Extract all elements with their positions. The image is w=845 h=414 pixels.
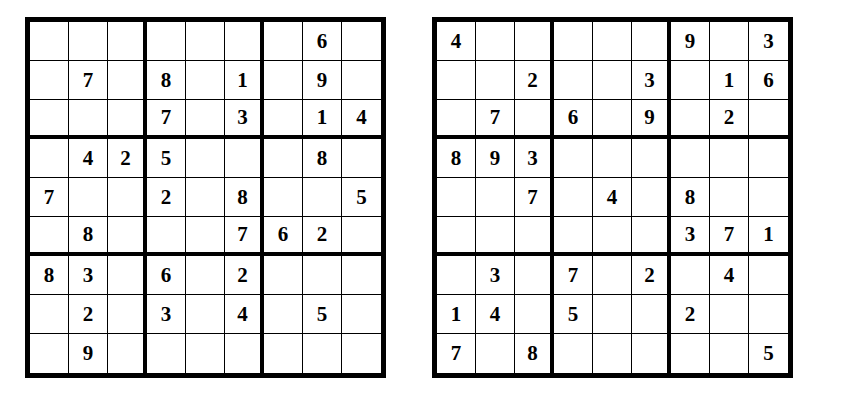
- cell-r3c8-given[interactable]: 1: [303, 100, 342, 139]
- cell-r5c8-empty[interactable]: [710, 178, 749, 217]
- cell-r3c9-empty[interactable]: [749, 100, 788, 139]
- cell-r7c8-given[interactable]: 4: [710, 256, 749, 295]
- cell-r6c9-empty[interactable]: [342, 217, 381, 256]
- cell-r4c9-empty[interactable]: [342, 139, 381, 178]
- cell-r7c3-empty[interactable]: [108, 256, 147, 295]
- cell-r1c1-given[interactable]: 4: [437, 22, 476, 61]
- cell-r9c8-empty[interactable]: [303, 334, 342, 373]
- cell-r9c2-given[interactable]: 9: [69, 334, 108, 373]
- cell-r9c8-empty[interactable]: [710, 334, 749, 373]
- cell-r2c3-empty[interactable]: [108, 61, 147, 100]
- cell-r3c4-given[interactable]: 7: [147, 100, 186, 139]
- cell-r1c1-empty[interactable]: [30, 22, 69, 61]
- cell-r4c7-empty[interactable]: [671, 139, 710, 178]
- cell-r5c7-empty[interactable]: [264, 178, 303, 217]
- cell-r4c7-empty[interactable]: [264, 139, 303, 178]
- cell-r3c5-empty[interactable]: [593, 100, 632, 139]
- cell-r3c5-empty[interactable]: [186, 100, 225, 139]
- cell-r6c4-empty[interactable]: [554, 217, 593, 256]
- cell-r6c8-given[interactable]: 7: [710, 217, 749, 256]
- cell-r9c6-empty[interactable]: [632, 334, 671, 373]
- cell-r8c1-empty[interactable]: [30, 295, 69, 334]
- cell-r6c9-given[interactable]: 1: [749, 217, 788, 256]
- cell-r7c5-empty[interactable]: [593, 256, 632, 295]
- cell-r5c4-empty[interactable]: [554, 178, 593, 217]
- cell-r8c6-given[interactable]: 4: [225, 295, 264, 334]
- cell-r4c5-empty[interactable]: [186, 139, 225, 178]
- cell-r4c2-given[interactable]: 4: [69, 139, 108, 178]
- cell-r2c2-empty[interactable]: [476, 61, 515, 100]
- cell-r1c8-given[interactable]: 6: [303, 22, 342, 61]
- sudoku-sheet: 678197314425872858762836223459 493231676…: [0, 0, 845, 414]
- cell-r3c3-empty[interactable]: [515, 100, 554, 139]
- cell-r5c7-given[interactable]: 8: [671, 178, 710, 217]
- cell-r1c6-empty[interactable]: [225, 22, 264, 61]
- cell-r7c2-given[interactable]: 3: [476, 256, 515, 295]
- cell-r2c3-given[interactable]: 2: [515, 61, 554, 100]
- cell-r1c2-empty[interactable]: [69, 22, 108, 61]
- cell-r2c5-empty[interactable]: [186, 61, 225, 100]
- cell-r9c5-empty[interactable]: [186, 334, 225, 373]
- cell-r4c9-empty[interactable]: [749, 139, 788, 178]
- cell-r2c9-empty[interactable]: [342, 61, 381, 100]
- cell-r5c5-empty[interactable]: [186, 178, 225, 217]
- cell-r1c4-empty[interactable]: [554, 22, 593, 61]
- cell-r9c3-given[interactable]: 8: [515, 334, 554, 373]
- cell-r2c4-given[interactable]: 8: [147, 61, 186, 100]
- cell-r5c2-empty[interactable]: [476, 178, 515, 217]
- cell-r7c4-given[interactable]: 7: [554, 256, 593, 295]
- cell-r9c2-empty[interactable]: [476, 334, 515, 373]
- cell-r1c8-empty[interactable]: [710, 22, 749, 61]
- cell-r6c7-given[interactable]: 3: [671, 217, 710, 256]
- cell-r7c6-given[interactable]: 2: [632, 256, 671, 295]
- cell-r8c2-given[interactable]: 4: [476, 295, 515, 334]
- cell-r4c4-empty[interactable]: [554, 139, 593, 178]
- cell-r2c9-given[interactable]: 6: [749, 61, 788, 100]
- cell-r8c9-empty[interactable]: [342, 295, 381, 334]
- cell-r7c5-empty[interactable]: [186, 256, 225, 295]
- cell-r9c4-empty[interactable]: [554, 334, 593, 373]
- cell-r6c3-empty[interactable]: [108, 217, 147, 256]
- cell-r3c6-given[interactable]: 3: [225, 100, 264, 139]
- cell-r8c7-empty[interactable]: [264, 295, 303, 334]
- cell-r9c7-empty[interactable]: [264, 334, 303, 373]
- cell-r8c8-empty[interactable]: [710, 295, 749, 334]
- cell-r5c8-empty[interactable]: [303, 178, 342, 217]
- cell-r3c2-given[interactable]: 7: [476, 100, 515, 139]
- cell-r5c3-empty[interactable]: [108, 178, 147, 217]
- cell-r5c6-empty[interactable]: [632, 178, 671, 217]
- cell-r5c6-given[interactable]: 8: [225, 178, 264, 217]
- cell-r6c4-empty[interactable]: [147, 217, 186, 256]
- cell-r3c8-given[interactable]: 2: [710, 100, 749, 139]
- cell-r1c4-empty[interactable]: [147, 22, 186, 61]
- cell-r4c2-given[interactable]: 9: [476, 139, 515, 178]
- cell-r9c7-empty[interactable]: [671, 334, 710, 373]
- cell-r3c7-empty[interactable]: [671, 100, 710, 139]
- cell-r6c5-empty[interactable]: [593, 217, 632, 256]
- cell-r9c9-empty[interactable]: [342, 334, 381, 373]
- cell-r1c9-given[interactable]: 3: [749, 22, 788, 61]
- cell-r7c7-empty[interactable]: [671, 256, 710, 295]
- cell-r5c4-given[interactable]: 2: [147, 178, 186, 217]
- cell-r1c7-given[interactable]: 9: [671, 22, 710, 61]
- cell-r7c8-empty[interactable]: [303, 256, 342, 295]
- cell-r7c1-given[interactable]: 8: [30, 256, 69, 295]
- cell-r6c5-empty[interactable]: [186, 217, 225, 256]
- cell-r6c2-empty[interactable]: [476, 217, 515, 256]
- cell-r4c6-empty[interactable]: [632, 139, 671, 178]
- cell-r4c8-given[interactable]: 8: [303, 139, 342, 178]
- cell-r6c6-empty[interactable]: [632, 217, 671, 256]
- cell-r6c1-empty[interactable]: [30, 217, 69, 256]
- cell-r1c5-empty[interactable]: [186, 22, 225, 61]
- cell-r6c6-given[interactable]: 7: [225, 217, 264, 256]
- cell-r3c7-empty[interactable]: [264, 100, 303, 139]
- cell-r1c2-empty[interactable]: [476, 22, 515, 61]
- cell-r9c6-empty[interactable]: [225, 334, 264, 373]
- cell-r2c1-empty[interactable]: [437, 61, 476, 100]
- cell-r2c1-empty[interactable]: [30, 61, 69, 100]
- cell-r7c9-empty[interactable]: [749, 256, 788, 295]
- cell-r2c4-empty[interactable]: [554, 61, 593, 100]
- cell-r2c8-given[interactable]: 9: [303, 61, 342, 100]
- cell-r4c8-empty[interactable]: [710, 139, 749, 178]
- cell-r7c1-empty[interactable]: [437, 256, 476, 295]
- cell-r3c1-empty[interactable]: [437, 100, 476, 139]
- cell-r2c6-given[interactable]: 3: [632, 61, 671, 100]
- cell-r9c9-given[interactable]: 5: [749, 334, 788, 373]
- cell-r8c3-empty[interactable]: [108, 295, 147, 334]
- cell-r5c3-given[interactable]: 7: [515, 178, 554, 217]
- cell-r6c7-given[interactable]: 6: [264, 217, 303, 256]
- cell-r5c1-given[interactable]: 7: [30, 178, 69, 217]
- cell-r3c2-empty[interactable]: [69, 100, 108, 139]
- cell-r2c5-empty[interactable]: [593, 61, 632, 100]
- cell-r7c6-given[interactable]: 2: [225, 256, 264, 295]
- cell-r4c1-empty[interactable]: [30, 139, 69, 178]
- cell-r5c1-empty[interactable]: [437, 178, 476, 217]
- cell-r7c4-given[interactable]: 6: [147, 256, 186, 295]
- cell-r3c9-given[interactable]: 4: [342, 100, 381, 139]
- cell-r6c1-empty[interactable]: [437, 217, 476, 256]
- cell-r8c2-given[interactable]: 2: [69, 295, 108, 334]
- cell-r8c4-given[interactable]: 3: [147, 295, 186, 334]
- cell-r3c3-empty[interactable]: [108, 100, 147, 139]
- cell-r7c7-empty[interactable]: [264, 256, 303, 295]
- cell-r5c5-given[interactable]: 4: [593, 178, 632, 217]
- sudoku-grid-right: 4932316769289374837137241452785: [432, 17, 793, 378]
- cell-r4c5-empty[interactable]: [593, 139, 632, 178]
- cell-r8c5-empty[interactable]: [593, 295, 632, 334]
- cell-r5c2-empty[interactable]: [69, 178, 108, 217]
- cell-r6c8-given[interactable]: 2: [303, 217, 342, 256]
- cell-r8c8-given[interactable]: 5: [303, 295, 342, 334]
- sudoku-grid-left: 678197314425872858762836223459: [25, 17, 386, 378]
- cell-r1c3-empty[interactable]: [108, 22, 147, 61]
- cell-r4c6-empty[interactable]: [225, 139, 264, 178]
- cell-r3c6-given[interactable]: 9: [632, 100, 671, 139]
- cell-r8c3-empty[interactable]: [515, 295, 554, 334]
- cell-r9c4-empty[interactable]: [147, 334, 186, 373]
- cell-r4c4-given[interactable]: 5: [147, 139, 186, 178]
- cell-r6c3-empty[interactable]: [515, 217, 554, 256]
- cell-r8c7-given[interactable]: 2: [671, 295, 710, 334]
- cell-r3c4-given[interactable]: 6: [554, 100, 593, 139]
- cell-r9c1-given[interactable]: 7: [437, 334, 476, 373]
- cell-r2c8-given[interactable]: 1: [710, 61, 749, 100]
- cell-r7c9-empty[interactable]: [342, 256, 381, 295]
- cell-r7c3-empty[interactable]: [515, 256, 554, 295]
- cell-r1c7-empty[interactable]: [264, 22, 303, 61]
- cell-r2c7-empty[interactable]: [264, 61, 303, 100]
- cell-r9c5-empty[interactable]: [593, 334, 632, 373]
- cell-r1c6-empty[interactable]: [632, 22, 671, 61]
- cell-r6c2-given[interactable]: 8: [69, 217, 108, 256]
- cell-r7c2-given[interactable]: 3: [69, 256, 108, 295]
- cell-r9c1-empty[interactable]: [30, 334, 69, 373]
- cell-r4c3-given[interactable]: 2: [108, 139, 147, 178]
- cell-r1c9-empty[interactable]: [342, 22, 381, 61]
- cell-r5c9-given[interactable]: 5: [342, 178, 381, 217]
- cell-r2c2-given[interactable]: 7: [69, 61, 108, 100]
- cell-r1c3-empty[interactable]: [515, 22, 554, 61]
- cell-r8c5-empty[interactable]: [186, 295, 225, 334]
- cell-r3c1-empty[interactable]: [30, 100, 69, 139]
- cell-r2c6-given[interactable]: 1: [225, 61, 264, 100]
- cell-r4c3-given[interactable]: 3: [515, 139, 554, 178]
- cell-r4c1-given[interactable]: 8: [437, 139, 476, 178]
- cell-r8c6-empty[interactable]: [632, 295, 671, 334]
- cell-r8c4-given[interactable]: 5: [554, 295, 593, 334]
- cell-r8c9-empty[interactable]: [749, 295, 788, 334]
- cell-r9c3-empty[interactable]: [108, 334, 147, 373]
- cell-r5c9-empty[interactable]: [749, 178, 788, 217]
- cell-r1c5-empty[interactable]: [593, 22, 632, 61]
- cell-r8c1-given[interactable]: 1: [437, 295, 476, 334]
- cell-r2c7-empty[interactable]: [671, 61, 710, 100]
